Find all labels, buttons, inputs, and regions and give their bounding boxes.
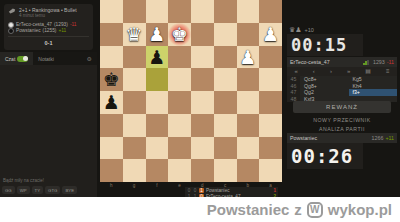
- game-result: 0-1: [8, 40, 89, 46]
- board-square-d3[interactable]: [191, 46, 214, 69]
- board-square-f1[interactable]: [146, 0, 169, 23]
- file-label-h: h: [100, 182, 123, 189]
- watermark-author: Powstaniec: [207, 201, 290, 218]
- board-square-f5[interactable]: [146, 91, 169, 114]
- board-square-f7[interactable]: [146, 137, 169, 160]
- wykop-logo-icon: W: [307, 202, 323, 218]
- board-square-h6[interactable]: [100, 114, 123, 137]
- board-area: ♛♟♚♟♟♟♚♟ hgfedcba: [100, 0, 282, 189]
- white-king-piece: ♚: [168, 23, 191, 46]
- material-advantage: ♛♟ +10: [289, 26, 314, 34]
- board-square-c2[interactable]: [214, 23, 237, 46]
- board-square-c7[interactable]: [214, 137, 237, 160]
- analysis-button[interactable]: ANALIZA PARTII: [287, 126, 397, 132]
- board-square-e6[interactable]: [168, 114, 191, 137]
- next-move-icon[interactable]: ›: [330, 67, 332, 76]
- prev-move-icon[interactable]: ‹: [313, 67, 315, 76]
- board-square-d2[interactable]: [191, 23, 214, 46]
- crosstable-player-name[interactable]: Powstaniec: [206, 188, 230, 193]
- board-square-c1[interactable]: [214, 0, 237, 23]
- material-advantage-value: +10: [305, 27, 314, 33]
- right-sidebar: ♛♟ +10 00:15 ErTeco-cesta_47 1293 -11 «‹…: [287, 0, 397, 197]
- board-square-e7[interactable]: [168, 137, 191, 160]
- board-square-e4[interactable]: [168, 68, 191, 91]
- white-queen-piece: ♛: [123, 23, 146, 46]
- board-square-f3[interactable]: ♟: [146, 46, 169, 69]
- chat-tab-label: Czat: [5, 56, 15, 62]
- watermark-site: wykop.pl: [328, 201, 392, 218]
- board-square-f2[interactable]: ♟: [146, 23, 169, 46]
- board-square-h7[interactable]: [100, 137, 123, 160]
- lichess-game-page: 2+1 • Rankingowa • Bullet 4 minut temu E…: [0, 0, 400, 222]
- white-pawn-piece: ♟: [146, 23, 169, 46]
- board-square-c3[interactable]: [214, 46, 237, 69]
- board-square-d1[interactable]: [191, 0, 214, 23]
- board-square-c6[interactable]: [214, 114, 237, 137]
- first-move-icon[interactable]: «: [295, 67, 298, 76]
- chat-preset-bye[interactable]: BYE: [62, 186, 77, 194]
- top-player-bar: ErTeco-cesta_47 1293 -11: [287, 57, 397, 67]
- top-player-rating: 1293: [373, 59, 385, 65]
- board-square-g1[interactable]: [123, 0, 146, 23]
- tab-notes[interactable]: Notatki: [33, 52, 59, 65]
- board-square-g4[interactable]: [123, 68, 146, 91]
- chat-preset-ty[interactable]: TY: [32, 186, 44, 194]
- board-square-b3[interactable]: ♟: [237, 46, 260, 69]
- board-square-a5[interactable]: [259, 91, 282, 114]
- board-square-d5[interactable]: [191, 91, 214, 114]
- board-square-e5[interactable]: [168, 91, 191, 114]
- rematch-button[interactable]: REWANŻ: [293, 101, 391, 113]
- board-square-b2[interactable]: [237, 23, 260, 46]
- white-pawn-piece: ♟: [259, 23, 282, 46]
- board-square-h5[interactable]: ♟: [100, 91, 123, 114]
- board-square-h4[interactable]: ♚: [100, 68, 123, 91]
- top-player-delta: -11: [387, 59, 394, 65]
- board-square-c4[interactable]: [214, 68, 237, 91]
- player-row-black: Powstaniec (1255) +11: [8, 28, 89, 34]
- white-rating-delta: -11: [70, 22, 77, 28]
- watermark-connector: z: [294, 201, 302, 218]
- board-square-h1[interactable]: [100, 0, 123, 23]
- board-square-g7[interactable]: [123, 137, 146, 160]
- signal-bars-icon: [363, 60, 369, 65]
- board-square-d7[interactable]: [191, 137, 214, 160]
- chat-messages-area: Bądź miły na czacie! GGWPTYGTGBYE: [0, 65, 97, 197]
- board-square-d4[interactable]: [191, 68, 214, 91]
- top-player-name[interactable]: ErTeco-cesta_47: [290, 59, 330, 65]
- black-player-rating: (1255): [43, 28, 57, 34]
- board-square-d8[interactable]: [191, 159, 214, 182]
- board-square-g5[interactable]: [123, 91, 146, 114]
- chat-preset-gtg[interactable]: GTG: [45, 186, 60, 194]
- bottom-player-rating: 1266: [372, 135, 384, 141]
- players-list: ErTeco-cesta_47 (1293) -11 Powstaniec (1…: [8, 22, 89, 37]
- chat-preset-buttons: GGWPTYGTGBYE: [2, 186, 77, 194]
- board-square-a7[interactable]: [259, 137, 282, 160]
- new-opponent-button[interactable]: NOWY PRZECIWNIK: [287, 117, 397, 123]
- board-square-b6[interactable]: [237, 114, 260, 137]
- board-square-h2[interactable]: [100, 23, 123, 46]
- board-square-g2[interactable]: ♛: [123, 23, 146, 46]
- black-pawn-piece: ♟: [146, 46, 169, 69]
- captured-pieces-icons: ♛♟: [289, 26, 302, 34]
- board-square-e3[interactable]: [168, 46, 191, 69]
- board-square-g3[interactable]: [123, 46, 146, 69]
- board-square-b4[interactable]: [237, 68, 260, 91]
- move-list: 45Qc8+Kg546Qg8+Kh447Qg2f3+48Kxf3: [287, 76, 397, 102]
- game-info-box: 2+1 • Rankingowa • Bullet 4 minut temu E…: [4, 4, 93, 50]
- bullet-icon: [8, 7, 16, 15]
- board-square-d6[interactable]: [191, 114, 214, 137]
- board-square-c8[interactable]: [214, 159, 237, 182]
- board-square-c5[interactable]: [214, 91, 237, 114]
- chat-preset-wp[interactable]: WP: [17, 186, 30, 194]
- top-player-clock: 00:15: [287, 34, 363, 56]
- board-square-a4[interactable]: [259, 68, 282, 91]
- tab-chat[interactable]: Czat: [0, 52, 33, 65]
- board-square-e2[interactable]: ♚: [168, 23, 191, 46]
- bottom-player-bar: Powstaniec 1266 +11: [287, 133, 397, 143]
- watermark-bar: Powstaniec z W wykop.pl: [0, 197, 400, 222]
- chess-board: ♛♟♚♟♟♟♚♟: [100, 0, 282, 182]
- analysis-board-icon[interactable]: ▤: [365, 67, 371, 76]
- chat-tabs: Czat Notatki ⚙: [0, 52, 97, 65]
- black-player-name[interactable]: Powstaniec: [16, 28, 41, 34]
- board-square-f8[interactable]: [146, 159, 169, 182]
- board-square-f4[interactable]: [146, 68, 169, 91]
- board-square-b5[interactable]: [237, 91, 260, 114]
- chat-settings-icon[interactable]: ⚙: [87, 55, 97, 62]
- board-square-g6[interactable]: [123, 114, 146, 137]
- board-square-a6[interactable]: [259, 114, 282, 137]
- chat-preset-gg[interactable]: GG: [2, 186, 15, 194]
- board-square-a1[interactable]: [259, 0, 282, 23]
- bottom-player-clock: 00:26: [287, 143, 363, 169]
- bottom-player-name[interactable]: Powstaniec: [290, 135, 317, 141]
- current-game-cell[interactable]: 1: [199, 188, 204, 194]
- notes-tab-label: Notatki: [38, 56, 54, 62]
- black-pawn-piece: ♟: [100, 91, 123, 114]
- black-king-piece: ♚: [100, 68, 123, 91]
- board-square-a8[interactable]: [259, 159, 282, 182]
- white-pawn-piece: ♟: [237, 46, 260, 69]
- board-square-b8[interactable]: [237, 159, 260, 182]
- game-result-cell[interactable]: 0: [193, 188, 197, 193]
- board-square-h3[interactable]: [100, 46, 123, 69]
- menu-icon[interactable]: ≡: [386, 67, 390, 76]
- board-square-g8[interactable]: [123, 159, 146, 182]
- move-navigation-controls: «‹›»▤≡: [287, 67, 397, 76]
- chat-panel: Czat Notatki ⚙ Bądź miły na czacie! GGWP…: [0, 52, 97, 197]
- crosstable-total-score: 1: [273, 188, 276, 193]
- chat-toggle[interactable]: [17, 56, 28, 62]
- board-square-b1[interactable]: [237, 0, 260, 23]
- chat-notice: Bądź miły na czacie!: [3, 178, 44, 183]
- board-square-b7[interactable]: [237, 137, 260, 160]
- file-label-f: f: [146, 182, 169, 189]
- board-square-e1[interactable]: [168, 0, 191, 23]
- file-label-g: g: [123, 182, 146, 189]
- board-square-a2[interactable]: ♟: [259, 23, 282, 46]
- board-square-h8[interactable]: [100, 159, 123, 182]
- game-result-cell[interactable]: 0: [187, 188, 191, 193]
- board-square-f6[interactable]: [146, 114, 169, 137]
- black-rating-delta: +11: [58, 28, 66, 34]
- left-sidebar: 2+1 • Rankingowa • Bullet 4 minut temu E…: [0, 0, 97, 197]
- last-move-icon[interactable]: »: [347, 67, 350, 76]
- black-color-icon: [8, 28, 14, 34]
- board-square-a3[interactable]: [259, 46, 282, 69]
- game-time-ago: 4 minut temu: [19, 13, 77, 19]
- bottom-player-delta: +11: [385, 135, 394, 141]
- board-square-e8[interactable]: [168, 159, 191, 182]
